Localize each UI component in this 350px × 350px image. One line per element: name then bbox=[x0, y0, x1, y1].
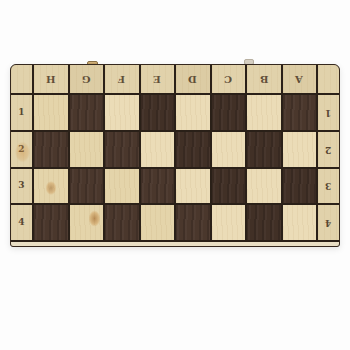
rank-label-cell-4-left: 4 bbox=[11, 205, 32, 240]
rank-label-4-left: 4 bbox=[18, 218, 24, 227]
file-label-d: D bbox=[188, 74, 197, 84]
square-a2 bbox=[283, 132, 317, 167]
file-label-cell-e: E bbox=[141, 65, 175, 93]
rank-label-cell-2-right: 2 bbox=[318, 132, 339, 167]
file-label-cell-g: G bbox=[70, 65, 104, 93]
rank-label-3-right: 3 bbox=[325, 181, 331, 190]
rank-label-cell-3-right: 3 bbox=[318, 169, 339, 204]
square-h4 bbox=[34, 205, 68, 240]
rank-label-2-left: 2 bbox=[18, 145, 24, 154]
square-f3 bbox=[105, 169, 139, 204]
rank-label-cell-1-right: 1 bbox=[318, 95, 339, 130]
square-h1 bbox=[34, 95, 68, 130]
square-g1 bbox=[70, 95, 104, 130]
square-a3 bbox=[283, 169, 317, 204]
file-label-g: G bbox=[82, 74, 91, 84]
chessboard: HGFEDCBA11223344 bbox=[10, 64, 340, 247]
file-label-cell-a: A bbox=[283, 65, 317, 93]
square-d3 bbox=[176, 169, 210, 204]
file-label-e: E bbox=[153, 74, 161, 84]
file-label-a: A bbox=[295, 74, 303, 84]
file-label-cell-c: C bbox=[212, 65, 246, 93]
rank-label-cell-2-left: 2 bbox=[11, 132, 32, 167]
square-c3 bbox=[212, 169, 246, 204]
square-a4 bbox=[283, 205, 317, 240]
square-f2 bbox=[105, 132, 139, 167]
square-f4 bbox=[105, 205, 139, 240]
square-c2 bbox=[212, 132, 246, 167]
rank-label-cell-3-left: 3 bbox=[11, 169, 32, 204]
file-label-f: F bbox=[118, 74, 125, 84]
file-label-cell-d: D bbox=[176, 65, 210, 93]
square-h3 bbox=[34, 169, 68, 204]
rank-label-cell-4-right: 4 bbox=[318, 205, 339, 240]
file-label-b: B bbox=[260, 74, 268, 84]
square-d2 bbox=[176, 132, 210, 167]
square-e1 bbox=[141, 95, 175, 130]
square-e2 bbox=[141, 132, 175, 167]
square-g2 bbox=[70, 132, 104, 167]
file-label-c: C bbox=[224, 74, 232, 84]
file-label-cell-b: B bbox=[247, 65, 281, 93]
file-label-cell-f: F bbox=[105, 65, 139, 93]
rank-label-cell-1-left: 1 bbox=[11, 95, 32, 130]
square-b3 bbox=[247, 169, 281, 204]
square-b4 bbox=[247, 205, 281, 240]
square-h2 bbox=[34, 132, 68, 167]
square-a1 bbox=[283, 95, 317, 130]
rank-label-2-right: 2 bbox=[325, 145, 331, 154]
square-c4 bbox=[212, 205, 246, 240]
file-label-h: H bbox=[46, 74, 55, 84]
board-fold-edge bbox=[11, 242, 339, 246]
square-g4 bbox=[70, 205, 104, 240]
square-b1 bbox=[247, 95, 281, 130]
product-photo: HGFEDCBA11223344 bbox=[0, 0, 350, 350]
frame-corner-top-right bbox=[318, 65, 339, 93]
square-f1 bbox=[105, 95, 139, 130]
square-c1 bbox=[212, 95, 246, 130]
square-e3 bbox=[141, 169, 175, 204]
rank-label-3-left: 3 bbox=[18, 181, 24, 190]
rank-label-1-left: 1 bbox=[18, 108, 24, 117]
rank-label-1-right: 1 bbox=[325, 108, 331, 117]
frame-corner-top-left bbox=[11, 65, 32, 93]
square-d1 bbox=[176, 95, 210, 130]
rank-label-4-right: 4 bbox=[325, 218, 331, 227]
square-b2 bbox=[247, 132, 281, 167]
file-label-cell-h: H bbox=[34, 65, 68, 93]
square-d4 bbox=[176, 205, 210, 240]
square-e4 bbox=[141, 205, 175, 240]
square-g3 bbox=[70, 169, 104, 204]
